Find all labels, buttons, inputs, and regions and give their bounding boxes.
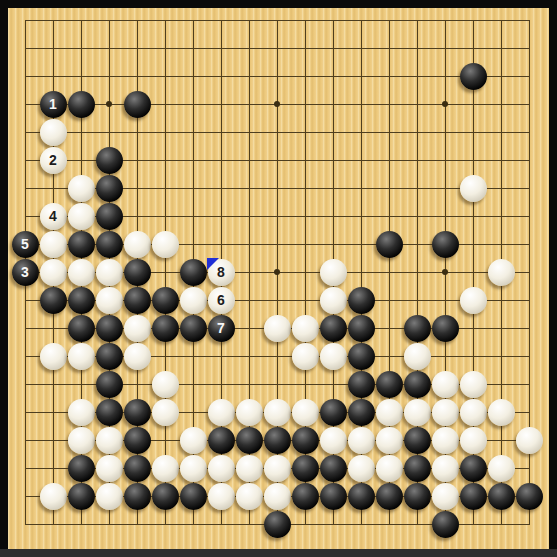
white-stone <box>348 455 375 482</box>
white-stone <box>236 399 263 426</box>
white-stone <box>68 203 95 230</box>
black-stone <box>180 259 207 286</box>
black-stone <box>292 427 319 454</box>
black-stone <box>180 315 207 342</box>
black-stone <box>376 371 403 398</box>
black-stone <box>348 315 375 342</box>
white-stone <box>40 231 67 258</box>
white-stone <box>432 399 459 426</box>
black-stone <box>12 259 39 286</box>
white-stone <box>264 483 291 510</box>
white-stone <box>264 315 291 342</box>
black-stone <box>68 455 95 482</box>
white-stone <box>404 399 431 426</box>
black-stone <box>12 231 39 258</box>
white-stone <box>320 287 347 314</box>
white-stone <box>264 399 291 426</box>
white-stone <box>404 343 431 370</box>
white-stone <box>68 343 95 370</box>
white-stone <box>320 259 347 286</box>
black-stone <box>348 399 375 426</box>
white-stone <box>40 119 67 146</box>
black-stone <box>460 63 487 90</box>
white-stone <box>152 455 179 482</box>
white-stone <box>264 455 291 482</box>
black-stone <box>348 483 375 510</box>
black-stone <box>320 455 347 482</box>
black-stone <box>96 315 123 342</box>
white-stone <box>124 315 151 342</box>
black-stone <box>432 511 459 538</box>
black-stone <box>68 483 95 510</box>
white-stone <box>40 483 67 510</box>
white-stone <box>68 175 95 202</box>
black-stone <box>124 259 151 286</box>
white-stone <box>460 371 487 398</box>
white-stone <box>236 455 263 482</box>
black-stone <box>96 175 123 202</box>
white-stone <box>488 455 515 482</box>
black-stone <box>292 483 319 510</box>
white-stone <box>292 399 319 426</box>
black-stone <box>320 483 347 510</box>
black-stone <box>68 287 95 314</box>
black-stone <box>348 343 375 370</box>
black-stone <box>236 427 263 454</box>
black-stone <box>460 455 487 482</box>
white-stone <box>68 427 95 454</box>
black-stone <box>124 455 151 482</box>
white-stone <box>488 399 515 426</box>
black-stone <box>348 287 375 314</box>
white-stone <box>208 455 235 482</box>
black-stone <box>516 483 543 510</box>
black-stone <box>320 315 347 342</box>
black-stone <box>124 483 151 510</box>
white-stone <box>96 455 123 482</box>
black-stone <box>96 343 123 370</box>
black-stone <box>348 371 375 398</box>
white-stone <box>124 343 151 370</box>
white-stone <box>320 427 347 454</box>
white-stone <box>68 399 95 426</box>
black-stone <box>152 315 179 342</box>
black-stone <box>320 399 347 426</box>
black-stone <box>152 287 179 314</box>
black-stone <box>292 455 319 482</box>
black-stone <box>404 427 431 454</box>
black-stone <box>96 147 123 174</box>
white-stone <box>292 343 319 370</box>
white-stone <box>432 427 459 454</box>
star-point <box>274 101 280 107</box>
black-stone <box>40 287 67 314</box>
black-stone <box>488 483 515 510</box>
black-stone <box>404 483 431 510</box>
white-stone <box>488 259 515 286</box>
black-stone <box>376 483 403 510</box>
white-stone <box>460 399 487 426</box>
black-stone <box>124 399 151 426</box>
white-stone <box>320 343 347 370</box>
black-stone <box>40 91 67 118</box>
black-stone <box>180 483 207 510</box>
white-stone <box>180 455 207 482</box>
go-board[interactable]: 12345678 <box>0 0 557 557</box>
white-stone <box>208 259 235 286</box>
star-point <box>274 269 280 275</box>
black-stone <box>124 91 151 118</box>
white-stone <box>40 203 67 230</box>
white-stone <box>208 483 235 510</box>
white-stone <box>460 427 487 454</box>
white-stone <box>40 343 67 370</box>
white-stone <box>40 147 67 174</box>
black-stone <box>96 231 123 258</box>
black-stone <box>96 371 123 398</box>
black-stone <box>96 203 123 230</box>
bottom-bar <box>0 549 557 557</box>
white-stone <box>124 231 151 258</box>
black-stone <box>460 483 487 510</box>
white-stone <box>152 231 179 258</box>
white-stone <box>460 175 487 202</box>
black-stone <box>264 427 291 454</box>
black-stone <box>68 315 95 342</box>
white-stone <box>152 371 179 398</box>
white-stone <box>40 259 67 286</box>
black-stone <box>208 315 235 342</box>
white-stone <box>376 455 403 482</box>
white-stone <box>208 287 235 314</box>
black-stone <box>124 287 151 314</box>
white-stone <box>460 287 487 314</box>
white-stone <box>96 259 123 286</box>
black-stone <box>376 231 403 258</box>
star-point <box>442 101 448 107</box>
white-stone <box>208 399 235 426</box>
white-stone <box>96 483 123 510</box>
black-stone <box>404 315 431 342</box>
white-stone <box>292 315 319 342</box>
white-stone <box>96 287 123 314</box>
black-stone <box>432 231 459 258</box>
black-stone <box>208 427 235 454</box>
white-stone <box>376 399 403 426</box>
white-stone <box>236 483 263 510</box>
white-stone <box>180 287 207 314</box>
black-stone <box>68 91 95 118</box>
white-stone <box>432 483 459 510</box>
star-point <box>442 269 448 275</box>
white-stone <box>96 427 123 454</box>
white-stone <box>348 427 375 454</box>
black-stone <box>432 315 459 342</box>
white-stone <box>152 399 179 426</box>
black-stone <box>404 371 431 398</box>
black-stone <box>264 511 291 538</box>
white-stone <box>516 427 543 454</box>
white-stone <box>376 427 403 454</box>
black-stone <box>404 455 431 482</box>
black-stone <box>124 427 151 454</box>
white-stone <box>180 427 207 454</box>
go-app-window: 12345678 <box>0 0 557 557</box>
white-stone <box>432 371 459 398</box>
star-point <box>106 101 112 107</box>
white-stone <box>432 455 459 482</box>
black-stone <box>96 399 123 426</box>
black-stone <box>68 231 95 258</box>
black-stone <box>152 483 179 510</box>
white-stone <box>68 259 95 286</box>
